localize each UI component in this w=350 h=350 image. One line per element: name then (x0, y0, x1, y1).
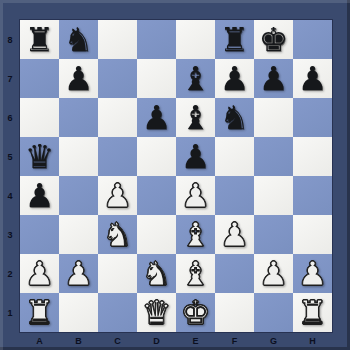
square-e4[interactable]: ♟ (176, 176, 215, 215)
square-d3[interactable] (137, 215, 176, 254)
rank-label-2: 2 (0, 254, 20, 293)
rank-label-3: 3 (0, 215, 20, 254)
chess-board: ♜♞♜♚♟♝♟♟♟♟♝♞♛♟♟♟♟♞♝♟♟♟♞♝♟♟♜♛♚♜ (20, 20, 332, 332)
square-f4[interactable] (215, 176, 254, 215)
white-pawn-b2[interactable]: ♟ (59, 254, 98, 293)
file-label-e: E (176, 332, 215, 350)
file-label-a: A (20, 332, 59, 350)
black-pawn-a4[interactable]: ♟ (20, 176, 59, 215)
file-label-g: G (254, 332, 293, 350)
black-pawn-h7[interactable]: ♟ (293, 59, 332, 98)
square-a4[interactable]: ♟ (20, 176, 59, 215)
square-a5[interactable]: ♛ (20, 137, 59, 176)
square-g6[interactable] (254, 98, 293, 137)
square-h2[interactable]: ♟ (293, 254, 332, 293)
rank-label-7: 7 (0, 59, 20, 98)
rank-label-6: 6 (0, 98, 20, 137)
black-bishop-e6[interactable]: ♝ (176, 98, 215, 137)
square-f2[interactable] (215, 254, 254, 293)
square-e7[interactable]: ♝ (176, 59, 215, 98)
square-g7[interactable]: ♟ (254, 59, 293, 98)
white-pawn-g2[interactable]: ♟ (254, 254, 293, 293)
white-pawn-e4[interactable]: ♟ (176, 176, 215, 215)
square-e2[interactable]: ♝ (176, 254, 215, 293)
square-b7[interactable]: ♟ (59, 59, 98, 98)
rank-coordinates: 87654321 (0, 20, 20, 332)
black-pawn-g7[interactable]: ♟ (254, 59, 293, 98)
square-a7[interactable] (20, 59, 59, 98)
black-queen-a5[interactable]: ♛ (20, 137, 59, 176)
white-rook-a1[interactable]: ♜ (20, 293, 59, 332)
square-a8[interactable]: ♜ (20, 20, 59, 59)
white-pawn-c4[interactable]: ♟ (98, 176, 137, 215)
white-king-e1[interactable]: ♚ (176, 293, 215, 332)
square-g1[interactable] (254, 293, 293, 332)
square-h4[interactable] (293, 176, 332, 215)
square-g2[interactable]: ♟ (254, 254, 293, 293)
square-h7[interactable]: ♟ (293, 59, 332, 98)
square-c5[interactable] (98, 137, 137, 176)
square-c3[interactable]: ♞ (98, 215, 137, 254)
black-knight-b8[interactable]: ♞ (59, 20, 98, 59)
rank-label-8: 8 (0, 20, 20, 59)
square-h1[interactable]: ♜ (293, 293, 332, 332)
square-d8[interactable] (137, 20, 176, 59)
square-h8[interactable] (293, 20, 332, 59)
rank-label-1: 1 (0, 293, 20, 332)
black-rook-a8[interactable]: ♜ (20, 20, 59, 59)
square-c7[interactable] (98, 59, 137, 98)
black-pawn-d6[interactable]: ♟ (137, 98, 176, 137)
square-f5[interactable] (215, 137, 254, 176)
black-rook-f8[interactable]: ♜ (215, 20, 254, 59)
white-knight-c3[interactable]: ♞ (98, 215, 137, 254)
square-c2[interactable] (98, 254, 137, 293)
square-f8[interactable]: ♜ (215, 20, 254, 59)
square-b6[interactable] (59, 98, 98, 137)
black-bishop-e7[interactable]: ♝ (176, 59, 215, 98)
chess-board-frame: 87654321 ABCDEFGH ♜♞♜♚♟♝♟♟♟♟♝♞♛♟♟♟♟♞♝♟♟♟… (0, 0, 350, 350)
white-knight-d2[interactable]: ♞ (137, 254, 176, 293)
white-pawn-h2[interactable]: ♟ (293, 254, 332, 293)
file-label-h: H (293, 332, 332, 350)
square-c4[interactable]: ♟ (98, 176, 137, 215)
square-d2[interactable]: ♞ (137, 254, 176, 293)
black-pawn-e5[interactable]: ♟ (176, 137, 215, 176)
black-pawn-f7[interactable]: ♟ (215, 59, 254, 98)
square-f6[interactable]: ♞ (215, 98, 254, 137)
square-c8[interactable] (98, 20, 137, 59)
square-f7[interactable]: ♟ (215, 59, 254, 98)
white-rook-h1[interactable]: ♜ (293, 293, 332, 332)
square-g3[interactable] (254, 215, 293, 254)
square-d5[interactable] (137, 137, 176, 176)
square-e3[interactable]: ♝ (176, 215, 215, 254)
file-label-c: C (98, 332, 137, 350)
white-bishop-e2[interactable]: ♝ (176, 254, 215, 293)
file-label-d: D (137, 332, 176, 350)
square-a3[interactable] (20, 215, 59, 254)
file-label-f: F (215, 332, 254, 350)
square-g8[interactable]: ♚ (254, 20, 293, 59)
square-d7[interactable] (137, 59, 176, 98)
square-c6[interactable] (98, 98, 137, 137)
black-pawn-b7[interactable]: ♟ (59, 59, 98, 98)
square-e5[interactable]: ♟ (176, 137, 215, 176)
square-b4[interactable] (59, 176, 98, 215)
square-d6[interactable]: ♟ (137, 98, 176, 137)
square-a6[interactable] (20, 98, 59, 137)
white-pawn-f3[interactable]: ♟ (215, 215, 254, 254)
square-g4[interactable] (254, 176, 293, 215)
square-b2[interactable]: ♟ (59, 254, 98, 293)
square-h5[interactable] (293, 137, 332, 176)
rank-label-5: 5 (0, 137, 20, 176)
square-a2[interactable]: ♟ (20, 254, 59, 293)
square-b3[interactable] (59, 215, 98, 254)
square-b5[interactable] (59, 137, 98, 176)
square-e8[interactable] (176, 20, 215, 59)
square-c1[interactable] (98, 293, 137, 332)
rank-label-4: 4 (0, 176, 20, 215)
square-e6[interactable]: ♝ (176, 98, 215, 137)
square-d1[interactable]: ♛ (137, 293, 176, 332)
square-b8[interactable]: ♞ (59, 20, 98, 59)
square-b1[interactable] (59, 293, 98, 332)
black-king-g8[interactable]: ♚ (254, 20, 293, 59)
white-bishop-e3[interactable]: ♝ (176, 215, 215, 254)
white-queen-d1[interactable]: ♛ (137, 293, 176, 332)
square-h3[interactable] (293, 215, 332, 254)
square-g5[interactable] (254, 137, 293, 176)
white-pawn-a2[interactable]: ♟ (20, 254, 59, 293)
square-f1[interactable] (215, 293, 254, 332)
black-knight-f6[interactable]: ♞ (215, 98, 254, 137)
square-d4[interactable] (137, 176, 176, 215)
square-e1[interactable]: ♚ (176, 293, 215, 332)
file-coordinates: ABCDEFGH (20, 332, 332, 350)
square-f3[interactable]: ♟ (215, 215, 254, 254)
square-a1[interactable]: ♜ (20, 293, 59, 332)
file-label-b: B (59, 332, 98, 350)
square-h6[interactable] (293, 98, 332, 137)
